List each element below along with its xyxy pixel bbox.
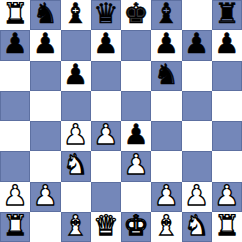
piece-white-rook[interactable]: ♜ bbox=[3, 0, 28, 28]
piece-black-knight[interactable]: ♞ bbox=[33, 0, 58, 28]
piece-black-pawn[interactable]: ♟ bbox=[93, 30, 118, 58]
square-e5[interactable] bbox=[121, 91, 151, 121]
square-h7[interactable]: ♟ bbox=[212, 30, 242, 60]
piece-black-bishop[interactable]: ♝ bbox=[154, 0, 179, 28]
chess-board: ♜♞♝♛♚♝♜♟♟♟♟♟♟♟♞♟♟♟♞♟♟♟♟♟♟♜♝♛♚♝♞♜ bbox=[0, 0, 242, 242]
piece-white-pawn[interactable]: ♟ bbox=[124, 151, 149, 179]
square-g3[interactable] bbox=[182, 151, 212, 181]
square-c1[interactable]: ♝ bbox=[61, 212, 91, 242]
square-e8[interactable]: ♚ bbox=[121, 0, 151, 30]
square-b8[interactable]: ♞ bbox=[30, 0, 60, 30]
piece-black-pawn[interactable]: ♟ bbox=[214, 30, 239, 58]
piece-white-knight[interactable]: ♞ bbox=[63, 151, 88, 179]
square-a1[interactable]: ♜ bbox=[0, 212, 30, 242]
square-a5[interactable] bbox=[0, 91, 30, 121]
square-c7[interactable] bbox=[61, 30, 91, 60]
square-d7[interactable]: ♟ bbox=[91, 30, 121, 60]
square-e6[interactable] bbox=[121, 61, 151, 91]
square-e3[interactable]: ♟ bbox=[121, 151, 151, 181]
square-a3[interactable] bbox=[0, 151, 30, 181]
square-f5[interactable] bbox=[151, 91, 181, 121]
square-d8[interactable]: ♛ bbox=[91, 0, 121, 30]
square-c5[interactable] bbox=[61, 91, 91, 121]
piece-white-bishop[interactable]: ♝ bbox=[154, 212, 179, 240]
piece-black-king[interactable]: ♚ bbox=[124, 0, 149, 28]
square-b4[interactable] bbox=[30, 121, 60, 151]
square-e1[interactable]: ♚ bbox=[121, 212, 151, 242]
square-c6[interactable]: ♟ bbox=[61, 61, 91, 91]
square-h5[interactable] bbox=[212, 91, 242, 121]
piece-black-queen[interactable]: ♛ bbox=[93, 0, 118, 28]
square-d3[interactable] bbox=[91, 151, 121, 181]
piece-white-bishop[interactable]: ♝ bbox=[63, 212, 88, 240]
square-c4[interactable]: ♟ bbox=[61, 121, 91, 151]
piece-white-queen[interactable]: ♛ bbox=[93, 212, 118, 240]
piece-black-pawn[interactable]: ♟ bbox=[63, 61, 88, 89]
square-d5[interactable] bbox=[91, 91, 121, 121]
square-d2[interactable] bbox=[91, 182, 121, 212]
piece-white-knight[interactable]: ♞ bbox=[184, 212, 209, 240]
square-h8[interactable]: ♜ bbox=[212, 0, 242, 30]
piece-black-pawn[interactable]: ♟ bbox=[124, 121, 149, 149]
piece-white-pawn[interactable]: ♟ bbox=[184, 182, 209, 210]
square-e4[interactable]: ♟ bbox=[121, 121, 151, 151]
square-b7[interactable]: ♟ bbox=[30, 30, 60, 60]
square-h4[interactable] bbox=[212, 121, 242, 151]
square-f4[interactable] bbox=[151, 121, 181, 151]
square-e7[interactable] bbox=[121, 30, 151, 60]
square-f3[interactable] bbox=[151, 151, 181, 181]
square-h3[interactable] bbox=[212, 151, 242, 181]
square-d4[interactable]: ♟ bbox=[91, 121, 121, 151]
square-g8[interactable] bbox=[182, 0, 212, 30]
piece-white-pawn[interactable]: ♟ bbox=[33, 182, 58, 210]
square-g2[interactable]: ♟ bbox=[182, 182, 212, 212]
square-f2[interactable]: ♟ bbox=[151, 182, 181, 212]
square-b5[interactable] bbox=[30, 91, 60, 121]
square-f7[interactable]: ♟ bbox=[151, 30, 181, 60]
piece-white-rook[interactable]: ♜ bbox=[214, 212, 239, 240]
square-g1[interactable]: ♞ bbox=[182, 212, 212, 242]
square-g5[interactable] bbox=[182, 91, 212, 121]
square-g4[interactable] bbox=[182, 121, 212, 151]
square-g6[interactable] bbox=[182, 61, 212, 91]
piece-black-pawn[interactable]: ♟ bbox=[184, 30, 209, 58]
piece-white-pawn[interactable]: ♟ bbox=[63, 121, 88, 149]
square-h6[interactable] bbox=[212, 61, 242, 91]
square-f8[interactable]: ♝ bbox=[151, 0, 181, 30]
square-b1[interactable] bbox=[30, 212, 60, 242]
piece-white-king[interactable]: ♚ bbox=[124, 212, 149, 240]
piece-white-pawn[interactable]: ♟ bbox=[154, 182, 179, 210]
piece-black-rook[interactable]: ♜ bbox=[214, 0, 239, 28]
square-d6[interactable] bbox=[91, 61, 121, 91]
square-b6[interactable] bbox=[30, 61, 60, 91]
square-c2[interactable] bbox=[61, 182, 91, 212]
square-a6[interactable] bbox=[0, 61, 30, 91]
square-e2[interactable] bbox=[121, 182, 151, 212]
square-c3[interactable]: ♞ bbox=[61, 151, 91, 181]
square-f1[interactable]: ♝ bbox=[151, 212, 181, 242]
square-f6[interactable]: ♞ bbox=[151, 61, 181, 91]
piece-white-pawn[interactable]: ♟ bbox=[93, 121, 118, 149]
square-g7[interactable]: ♟ bbox=[182, 30, 212, 60]
piece-black-pawn[interactable]: ♟ bbox=[3, 30, 28, 58]
square-d1[interactable]: ♛ bbox=[91, 212, 121, 242]
square-b3[interactable] bbox=[30, 151, 60, 181]
piece-white-pawn[interactable]: ♟ bbox=[214, 182, 239, 210]
piece-black-knight[interactable]: ♞ bbox=[154, 61, 179, 89]
square-b2[interactable]: ♟ bbox=[30, 182, 60, 212]
piece-white-pawn[interactable]: ♟ bbox=[3, 182, 28, 210]
square-c8[interactable]: ♝ bbox=[61, 0, 91, 30]
square-h1[interactable]: ♜ bbox=[212, 212, 242, 242]
piece-white-rook[interactable]: ♜ bbox=[3, 212, 28, 240]
square-a2[interactable]: ♟ bbox=[0, 182, 30, 212]
piece-black-pawn[interactable]: ♟ bbox=[33, 30, 58, 58]
piece-black-bishop[interactable]: ♝ bbox=[63, 0, 88, 28]
piece-black-pawn[interactable]: ♟ bbox=[154, 30, 179, 58]
square-h2[interactable]: ♟ bbox=[212, 182, 242, 212]
square-a7[interactable]: ♟ bbox=[0, 30, 30, 60]
square-a4[interactable] bbox=[0, 121, 30, 151]
square-a8[interactable]: ♜ bbox=[0, 0, 30, 30]
